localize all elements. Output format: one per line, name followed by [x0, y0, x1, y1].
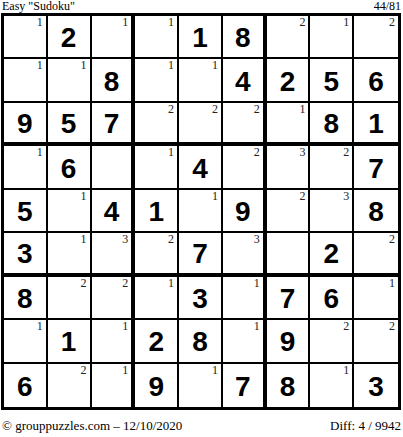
pencil-mark: 1: [122, 16, 128, 29]
sudoku-cell[interactable]: 2: [267, 190, 311, 233]
sudoku-cell[interactable]: 1: [310, 16, 354, 59]
sudoku-cell[interactable]: 3: [267, 146, 311, 189]
pencil-mark: 1: [299, 103, 305, 116]
cell-digit: 4: [179, 146, 221, 187]
pencil-mark: 2: [122, 277, 128, 290]
pencil-mark: 1: [81, 233, 87, 246]
pencil-mark: 2: [343, 320, 349, 333]
sudoku-cell[interactable]: 7: [267, 277, 311, 320]
sudoku-cell[interactable]: 8: [223, 16, 267, 59]
pencil-mark: 1: [81, 59, 87, 72]
cell-digit: 7: [92, 103, 132, 142]
cell-digit: 4: [92, 190, 132, 231]
pencil-mark: 2: [343, 146, 349, 159]
sudoku-cell[interactable]: 2: [223, 103, 267, 146]
pencil-mark: 1: [168, 59, 174, 72]
sudoku-cell[interactable]: 1: [135, 277, 179, 320]
pencil-mark: 1: [37, 59, 43, 72]
sudoku-cell[interactable]: 2: [267, 59, 311, 102]
sudoku-cell[interactable]: 2: [135, 320, 179, 363]
sudoku-cell[interactable]: 5: [4, 190, 48, 233]
sudoku-cell[interactable]: 1: [223, 277, 267, 320]
pencil-mark: 1: [122, 364, 128, 377]
sudoku-cell[interactable]: 1: [4, 59, 48, 102]
cell-digit: 8: [354, 190, 398, 231]
pencil-mark: 1: [389, 277, 395, 290]
pencil-mark: 3: [254, 233, 260, 246]
sudoku-cell[interactable]: 8: [267, 364, 311, 407]
sudoku-cell[interactable]: 6: [4, 364, 48, 407]
sudoku-cell[interactable]: 2: [48, 16, 92, 59]
cell-digit: 6: [48, 146, 90, 187]
pencil-mark: 1: [168, 16, 174, 29]
sudoku-cell[interactable]: 2: [135, 233, 179, 276]
pencil-mark: 3: [343, 190, 349, 203]
cell-digit: 1: [354, 103, 398, 142]
pencil-mark: 2: [389, 233, 395, 246]
cell-digit: 3: [4, 233, 46, 272]
sudoku-cell[interactable]: 4: [223, 59, 267, 102]
cell-digit: 6: [310, 277, 352, 318]
cell-digit: 9: [267, 320, 309, 361]
pencil-mark: 1: [122, 320, 128, 333]
sudoku-cell[interactable]: 1: [354, 103, 398, 146]
cell-digit: 5: [48, 103, 90, 142]
cell-digit: 8: [4, 277, 46, 318]
sudoku-cell[interactable]: 4: [92, 190, 136, 233]
sudoku-cell[interactable]: 5: [310, 59, 354, 102]
cell-digit: 2: [267, 59, 309, 100]
pencil-mark: 1: [212, 59, 218, 72]
sudoku-cell[interactable]: 8: [310, 103, 354, 146]
pencil-mark: 3: [299, 146, 305, 159]
pencil-mark: 1: [212, 364, 218, 377]
sudoku-cell[interactable]: 8: [354, 190, 398, 233]
sudoku-cell[interactable]: 1: [135, 146, 179, 189]
sudoku-cell[interactable]: 3: [223, 233, 267, 276]
sudoku-cell[interactable]: 1: [135, 16, 179, 59]
sudoku-cell[interactable]: 1: [4, 320, 48, 363]
sudoku-cell[interactable]: 1: [354, 277, 398, 320]
sudoku-cell[interactable]: 6: [310, 277, 354, 320]
sudoku-cell[interactable]: 1: [4, 16, 48, 59]
sudoku-cell[interactable]: 1: [267, 103, 311, 146]
pencil-mark: 1: [168, 277, 174, 290]
sudoku-cell[interactable]: 2: [354, 16, 398, 59]
sudoku-cell[interactable]: 8: [4, 277, 48, 320]
sudoku-cell[interactable]: 2: [135, 103, 179, 146]
sudoku-cell[interactable]: 3: [310, 190, 354, 233]
cell-digit: 8: [92, 59, 132, 100]
sudoku-cell[interactable]: 1: [310, 364, 354, 407]
sudoku-cell[interactable]: 1: [179, 59, 223, 102]
pencil-mark: 2: [299, 190, 305, 203]
sudoku-cell[interactable]: 7: [179, 233, 223, 276]
sudoku-cell[interactable]: 1: [179, 190, 223, 233]
cell-digit: 7: [267, 277, 309, 318]
sudoku-cell[interactable]: 1: [48, 59, 92, 102]
sudoku-cell[interactable]: 1: [92, 364, 136, 407]
pencil-mark: 2: [389, 16, 395, 29]
pencil-mark: 1: [254, 277, 260, 290]
pencil-mark: 2: [81, 364, 87, 377]
sudoku-cell[interactable]: 2: [310, 233, 354, 276]
sudoku-cell[interactable]: 3: [354, 364, 398, 407]
sudoku-cell[interactable]: 1: [179, 364, 223, 407]
pencil-mark: 2: [168, 233, 174, 246]
cell-digit: 8: [179, 320, 221, 361]
pencil-mark: 2: [254, 103, 260, 116]
pencil-mark: 1: [343, 364, 349, 377]
sudoku-cell[interactable]: 2: [267, 16, 311, 59]
pencil-mark: 2: [254, 146, 260, 159]
pencil-mark: 2: [168, 103, 174, 116]
cell-digit: 8: [310, 103, 352, 142]
sudoku-cell[interactable]: 2: [354, 320, 398, 363]
sudoku-cell[interactable]: 1: [48, 233, 92, 276]
sudoku-cell[interactable]: 3: [179, 277, 223, 320]
cell-digit: 7: [223, 364, 263, 407]
sudoku-cell[interactable]: 1: [92, 16, 136, 59]
difficulty-text: Diff: 4 / 9942: [330, 419, 401, 433]
sudoku-cell[interactable]: 2: [92, 277, 136, 320]
sudoku-cell[interactable]: 2: [354, 233, 398, 276]
pencil-mark: 2: [81, 277, 87, 290]
pencil-mark: 1: [37, 320, 43, 333]
sudoku-cell[interactable]: 7: [223, 364, 267, 407]
copyright-text: © grouppuzzles.com – 12/10/2020: [2, 419, 182, 433]
sudoku-cell[interactable]: 6: [354, 59, 398, 102]
pencil-mark: 1: [37, 16, 43, 29]
cell-digit: 8: [223, 16, 263, 57]
cell-digit: 9: [135, 364, 177, 407]
sudoku-cell[interactable]: 9: [223, 190, 267, 233]
sudoku-cell[interactable]: [267, 233, 311, 276]
pencil-mark: 3: [122, 233, 128, 246]
sudoku-cell[interactable]: 1: [179, 16, 223, 59]
sudoku-cell[interactable]: 5: [48, 103, 92, 146]
header: Easy "Sudoku" 44/81: [0, 0, 403, 12]
sudoku-cell[interactable]: 7: [92, 103, 136, 146]
sudoku-cell[interactable]: 7: [354, 146, 398, 189]
cell-digit: 1: [179, 16, 221, 57]
cell-digit: 5: [4, 190, 46, 231]
cell-digit: 6: [4, 364, 46, 407]
pencil-mark: 1: [168, 146, 174, 159]
sudoku-cell[interactable]: 6: [48, 146, 92, 189]
sudoku-cell[interactable]: 1: [223, 320, 267, 363]
pencil-mark: 2: [299, 16, 305, 29]
sudoku-cell[interactable]: [92, 146, 136, 189]
cell-digit: 6: [354, 59, 398, 100]
cell-digit: 1: [135, 190, 177, 231]
sudoku-cell[interactable]: 1: [48, 320, 92, 363]
sudoku-cell[interactable]: 2: [223, 146, 267, 189]
progress-counter: 44/81: [374, 0, 401, 12]
sudoku-cell[interactable]: 2: [48, 364, 92, 407]
sudoku-board: 1211182121181142569572221811614232751411…: [1, 13, 401, 410]
sudoku-cell[interactable]: 2: [179, 103, 223, 146]
sudoku-cell[interactable]: 8: [92, 59, 136, 102]
cell-digit: 3: [354, 364, 398, 407]
cell-digit: 7: [354, 146, 398, 187]
cell-digit: 2: [135, 320, 177, 361]
pencil-mark: 1: [81, 190, 87, 203]
cell-digit: 3: [179, 277, 221, 318]
page-title: Easy "Sudoku": [2, 0, 75, 12]
sudoku-cell[interactable]: 1: [92, 320, 136, 363]
cell-digit: 2: [48, 16, 90, 57]
cell-digit: 1: [48, 320, 90, 361]
cell-digit: 4: [223, 59, 263, 100]
pencil-mark: 1: [212, 190, 218, 203]
pencil-mark: 2: [389, 320, 395, 333]
pencil-mark: 1: [254, 320, 260, 333]
pencil-mark: 2: [212, 103, 218, 116]
pencil-mark: 1: [37, 146, 43, 159]
pencil-mark: 1: [343, 16, 349, 29]
sudoku-cell[interactable]: 8: [179, 320, 223, 363]
sudoku-cell[interactable]: 2: [48, 277, 92, 320]
sudoku-cell[interactable]: 1: [135, 59, 179, 102]
sudoku-cell[interactable]: 1: [135, 190, 179, 233]
cell-digit: 5: [310, 59, 352, 100]
sudoku-cell[interactable]: 9: [4, 103, 48, 146]
sudoku-cell[interactable]: 2: [310, 146, 354, 189]
cell-digit: 9: [4, 103, 46, 142]
sudoku-cell[interactable]: 1: [4, 146, 48, 189]
cell-digit: 7: [179, 233, 221, 272]
sudoku-cell[interactable]: 9: [267, 320, 311, 363]
footer: © grouppuzzles.com – 12/10/2020 Diff: 4 …: [0, 419, 403, 433]
sudoku-cell[interactable]: 1: [48, 190, 92, 233]
sudoku-cell[interactable]: 9: [135, 364, 179, 407]
sudoku-cell[interactable]: 2: [310, 320, 354, 363]
cell-digit: 8: [267, 364, 309, 407]
cell-digit: 2: [310, 233, 352, 272]
puzzle-page: Easy "Sudoku" 44/81 12111821211811425695…: [0, 0, 403, 437]
cell-digit: 9: [223, 190, 263, 231]
sudoku-cell[interactable]: 3: [92, 233, 136, 276]
sudoku-cell[interactable]: 3: [4, 233, 48, 276]
sudoku-cell[interactable]: 4: [179, 146, 223, 189]
